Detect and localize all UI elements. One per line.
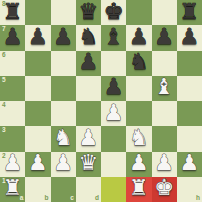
white-rook[interactable]: ♜: [129, 177, 149, 199]
black-pawn[interactable]: ♟: [154, 26, 174, 48]
black-pawn[interactable]: ♟: [104, 76, 124, 98]
square-c3[interactable]: ♞: [51, 126, 76, 151]
square-f8[interactable]: [126, 0, 151, 25]
square-h7[interactable]: ♟: [177, 25, 202, 50]
square-e2[interactable]: [101, 152, 126, 177]
square-h8[interactable]: ♜: [177, 0, 202, 25]
white-knight[interactable]: ♞: [129, 127, 149, 149]
square-g4[interactable]: [152, 101, 177, 126]
rank-label-4: 4: [2, 102, 6, 109]
square-c5[interactable]: [51, 76, 76, 101]
square-f1[interactable]: ♜: [126, 177, 151, 202]
square-a6[interactable]: 6: [0, 51, 25, 76]
white-knight[interactable]: ♞: [53, 127, 73, 149]
square-a4[interactable]: 4: [0, 101, 25, 126]
square-h5[interactable]: [177, 76, 202, 101]
square-c8[interactable]: [51, 0, 76, 25]
square-g3[interactable]: [152, 126, 177, 151]
square-f2[interactable]: ♟: [126, 152, 151, 177]
rank-label-5: 5: [2, 77, 6, 84]
white-pawn[interactable]: ♟: [154, 152, 174, 174]
black-king[interactable]: ♚: [104, 1, 124, 23]
file-label-d: d: [95, 195, 99, 202]
square-g2[interactable]: ♟: [152, 152, 177, 177]
white-pawn[interactable]: ♟: [79, 127, 99, 149]
rank-label-6: 6: [2, 52, 6, 59]
white-pawn[interactable]: ♟: [104, 102, 124, 124]
black-pawn[interactable]: ♟: [180, 26, 200, 48]
square-b1[interactable]: b: [25, 177, 50, 202]
black-pawn[interactable]: ♟: [3, 26, 23, 48]
black-pawn[interactable]: ♟: [28, 26, 48, 48]
square-e6[interactable]: [101, 51, 126, 76]
square-d6[interactable]: ♟: [76, 51, 101, 76]
square-c1[interactable]: c: [51, 177, 76, 202]
square-e7[interactable]: ♝: [101, 25, 126, 50]
square-a8[interactable]: 8♜: [0, 0, 25, 25]
black-rook[interactable]: ♜: [3, 1, 23, 23]
square-d2[interactable]: ♛: [76, 152, 101, 177]
black-queen[interactable]: ♛: [79, 1, 99, 23]
square-c2[interactable]: ♟: [51, 152, 76, 177]
square-e5[interactable]: ♟: [101, 76, 126, 101]
square-a3[interactable]: 3: [0, 126, 25, 151]
square-e3[interactable]: [101, 126, 126, 151]
square-g6[interactable]: [152, 51, 177, 76]
white-king[interactable]: ♚: [154, 177, 174, 199]
black-rook[interactable]: ♜: [180, 1, 200, 23]
white-pawn[interactable]: ♟: [53, 152, 73, 174]
black-pawn[interactable]: ♟: [53, 26, 73, 48]
square-h4[interactable]: [177, 101, 202, 126]
rank-label-3: 3: [2, 127, 6, 134]
square-g7[interactable]: ♟: [152, 25, 177, 50]
square-a5[interactable]: 5: [0, 76, 25, 101]
file-label-b: b: [45, 195, 49, 202]
white-pawn[interactable]: ♟: [3, 152, 23, 174]
square-f3[interactable]: ♞: [126, 126, 151, 151]
file-label-c: c: [70, 195, 74, 202]
square-g8[interactable]: [152, 0, 177, 25]
square-b5[interactable]: [25, 76, 50, 101]
square-g5[interactable]: ♝: [152, 76, 177, 101]
square-d5[interactable]: [76, 76, 101, 101]
square-f7[interactable]: ♟: [126, 25, 151, 50]
square-c6[interactable]: [51, 51, 76, 76]
square-a1[interactable]: 1a♜: [0, 177, 25, 202]
chess-board: 8♜♛♚♜7♟♟♟♞♝♟♟♟6♟♞5♟♝4♟3♞♟♞2♟♟♟♛♟♟♟1a♜bcd…: [0, 0, 202, 202]
square-c4[interactable]: [51, 101, 76, 126]
square-d4[interactable]: [76, 101, 101, 126]
square-c7[interactable]: ♟: [51, 25, 76, 50]
square-a2[interactable]: 2♟: [0, 152, 25, 177]
square-h1[interactable]: h: [177, 177, 202, 202]
black-bishop[interactable]: ♝: [104, 26, 124, 48]
square-b3[interactable]: [25, 126, 50, 151]
file-label-h: h: [196, 195, 200, 202]
white-rook[interactable]: ♜: [3, 177, 23, 199]
square-h6[interactable]: [177, 51, 202, 76]
square-f4[interactable]: [126, 101, 151, 126]
black-knight[interactable]: ♞: [79, 26, 99, 48]
black-pawn[interactable]: ♟: [79, 51, 99, 73]
square-g1[interactable]: ♚: [152, 177, 177, 202]
black-knight[interactable]: ♞: [129, 51, 149, 73]
square-d3[interactable]: ♟: [76, 126, 101, 151]
white-pawn[interactable]: ♟: [180, 152, 200, 174]
square-b6[interactable]: [25, 51, 50, 76]
square-b4[interactable]: [25, 101, 50, 126]
square-e4[interactable]: ♟: [101, 101, 126, 126]
square-b2[interactable]: ♟: [25, 152, 50, 177]
square-h2[interactable]: ♟: [177, 152, 202, 177]
white-queen[interactable]: ♛: [79, 152, 99, 174]
white-bishop[interactable]: ♝: [154, 76, 174, 98]
white-pawn[interactable]: ♟: [129, 152, 149, 174]
square-b8[interactable]: [25, 0, 50, 25]
square-e1[interactable]: [101, 177, 126, 202]
square-b7[interactable]: ♟: [25, 25, 50, 50]
white-pawn[interactable]: ♟: [28, 152, 48, 174]
square-h3[interactable]: [177, 126, 202, 151]
square-e8[interactable]: ♚: [101, 0, 126, 25]
square-a7[interactable]: 7♟: [0, 25, 25, 50]
square-f5[interactable]: [126, 76, 151, 101]
square-f6[interactable]: ♞: [126, 51, 151, 76]
square-d1[interactable]: d: [76, 177, 101, 202]
square-d7[interactable]: ♞: [76, 25, 101, 50]
square-d8[interactable]: ♛: [76, 0, 101, 25]
black-pawn[interactable]: ♟: [129, 26, 149, 48]
